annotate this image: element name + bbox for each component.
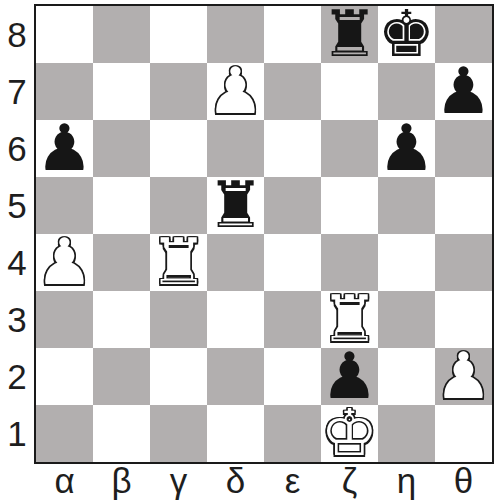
chess-diagram: 87654321 ♜♚♟♟♟♟♜♟♜♜♟♟♚ αβγδεζηθ [0, 0, 500, 500]
square-c6[interactable] [150, 120, 207, 177]
rank-label-5: 5 [0, 177, 34, 234]
square-c4[interactable]: ♜ [150, 234, 207, 291]
square-a8[interactable] [36, 6, 93, 63]
square-c2[interactable] [150, 348, 207, 405]
piece-white-king-f1: ♚ [321, 405, 378, 462]
square-e5[interactable] [264, 177, 321, 234]
square-f7[interactable] [321, 63, 378, 120]
square-e2[interactable] [264, 348, 321, 405]
square-b6[interactable] [93, 120, 150, 177]
square-b4[interactable] [93, 234, 150, 291]
square-f5[interactable] [321, 177, 378, 234]
square-b3[interactable] [93, 291, 150, 348]
piece-white-pawn-h2: ♟ [435, 348, 492, 405]
square-c8[interactable] [150, 6, 207, 63]
rank-labels: 87654321 [0, 6, 34, 462]
square-b5[interactable] [93, 177, 150, 234]
square-c1[interactable] [150, 405, 207, 462]
piece-white-pawn-a4: ♟ [36, 234, 93, 291]
rank-label-8: 8 [0, 6, 34, 63]
square-g8[interactable]: ♚ [378, 6, 435, 63]
square-e6[interactable] [264, 120, 321, 177]
square-d5[interactable]: ♜ [207, 177, 264, 234]
square-a1[interactable] [36, 405, 93, 462]
file-label-h: θ [435, 464, 492, 500]
file-labels: αβγδεζηθ [36, 464, 492, 500]
square-g4[interactable] [378, 234, 435, 291]
rank-label-6: 6 [0, 120, 34, 177]
square-e1[interactable] [264, 405, 321, 462]
rank-label-2: 2 [0, 348, 34, 405]
square-h4[interactable] [435, 234, 492, 291]
rank-label-3: 3 [0, 291, 34, 348]
piece-white-rook-c4: ♜ [150, 234, 207, 291]
square-g6[interactable]: ♟ [378, 120, 435, 177]
file-label-d: δ [207, 464, 264, 500]
square-a2[interactable] [36, 348, 93, 405]
square-e8[interactable] [264, 6, 321, 63]
square-d7[interactable]: ♟ [207, 63, 264, 120]
square-e7[interactable] [264, 63, 321, 120]
piece-white-pawn-d7: ♟ [207, 63, 264, 120]
square-g3[interactable] [378, 291, 435, 348]
file-label-b: β [93, 464, 150, 500]
file-label-f: ζ [321, 464, 378, 500]
square-c7[interactable] [150, 63, 207, 120]
square-a3[interactable] [36, 291, 93, 348]
square-g1[interactable] [378, 405, 435, 462]
square-d2[interactable] [207, 348, 264, 405]
square-b2[interactable] [93, 348, 150, 405]
square-f8[interactable]: ♜ [321, 6, 378, 63]
square-f1[interactable]: ♚ [321, 405, 378, 462]
rank-label-1: 1 [0, 405, 34, 462]
square-h5[interactable] [435, 177, 492, 234]
piece-black-rook-d5: ♜ [207, 177, 264, 234]
square-c3[interactable] [150, 291, 207, 348]
chess-board: ♜♚♟♟♟♟♜♟♜♜♟♟♚ [34, 4, 494, 464]
square-d4[interactable] [207, 234, 264, 291]
square-h2[interactable]: ♟ [435, 348, 492, 405]
square-b1[interactable] [93, 405, 150, 462]
square-f6[interactable] [321, 120, 378, 177]
square-h6[interactable] [435, 120, 492, 177]
rank-label-7: 7 [0, 63, 34, 120]
square-d3[interactable] [207, 291, 264, 348]
square-d1[interactable] [207, 405, 264, 462]
piece-black-pawn-h7: ♟ [435, 63, 492, 120]
square-e3[interactable] [264, 291, 321, 348]
rank-label-4: 4 [0, 234, 34, 291]
square-g5[interactable] [378, 177, 435, 234]
file-label-e: ε [264, 464, 321, 500]
file-label-g: η [378, 464, 435, 500]
piece-black-pawn-a6: ♟ [36, 120, 93, 177]
file-label-a: α [36, 464, 93, 500]
piece-black-rook-f8: ♜ [321, 6, 378, 63]
square-a4[interactable]: ♟ [36, 234, 93, 291]
square-h1[interactable] [435, 405, 492, 462]
square-h7[interactable]: ♟ [435, 63, 492, 120]
square-a6[interactable]: ♟ [36, 120, 93, 177]
square-g2[interactable] [378, 348, 435, 405]
square-e4[interactable] [264, 234, 321, 291]
file-label-c: γ [150, 464, 207, 500]
square-b8[interactable] [93, 6, 150, 63]
square-b7[interactable] [93, 63, 150, 120]
piece-black-king-g8: ♚ [378, 6, 435, 63]
piece-black-pawn-g6: ♟ [378, 120, 435, 177]
